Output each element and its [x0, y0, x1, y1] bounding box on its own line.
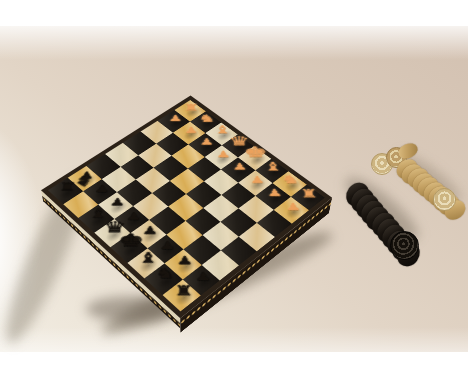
- chess-set-photo: ♜♟♟♜♟♟♞♝♟♟♝♛♟♟♛♚♟♟♚♝♟♟♝♞♟♟♞♜♟♟♜♞: [0, 0, 468, 382]
- checker-face-black: [390, 231, 419, 260]
- checker-face-amber: [433, 188, 456, 211]
- photo-edge-bottom: [0, 327, 468, 382]
- photo-edge-top: [0, 0, 468, 60]
